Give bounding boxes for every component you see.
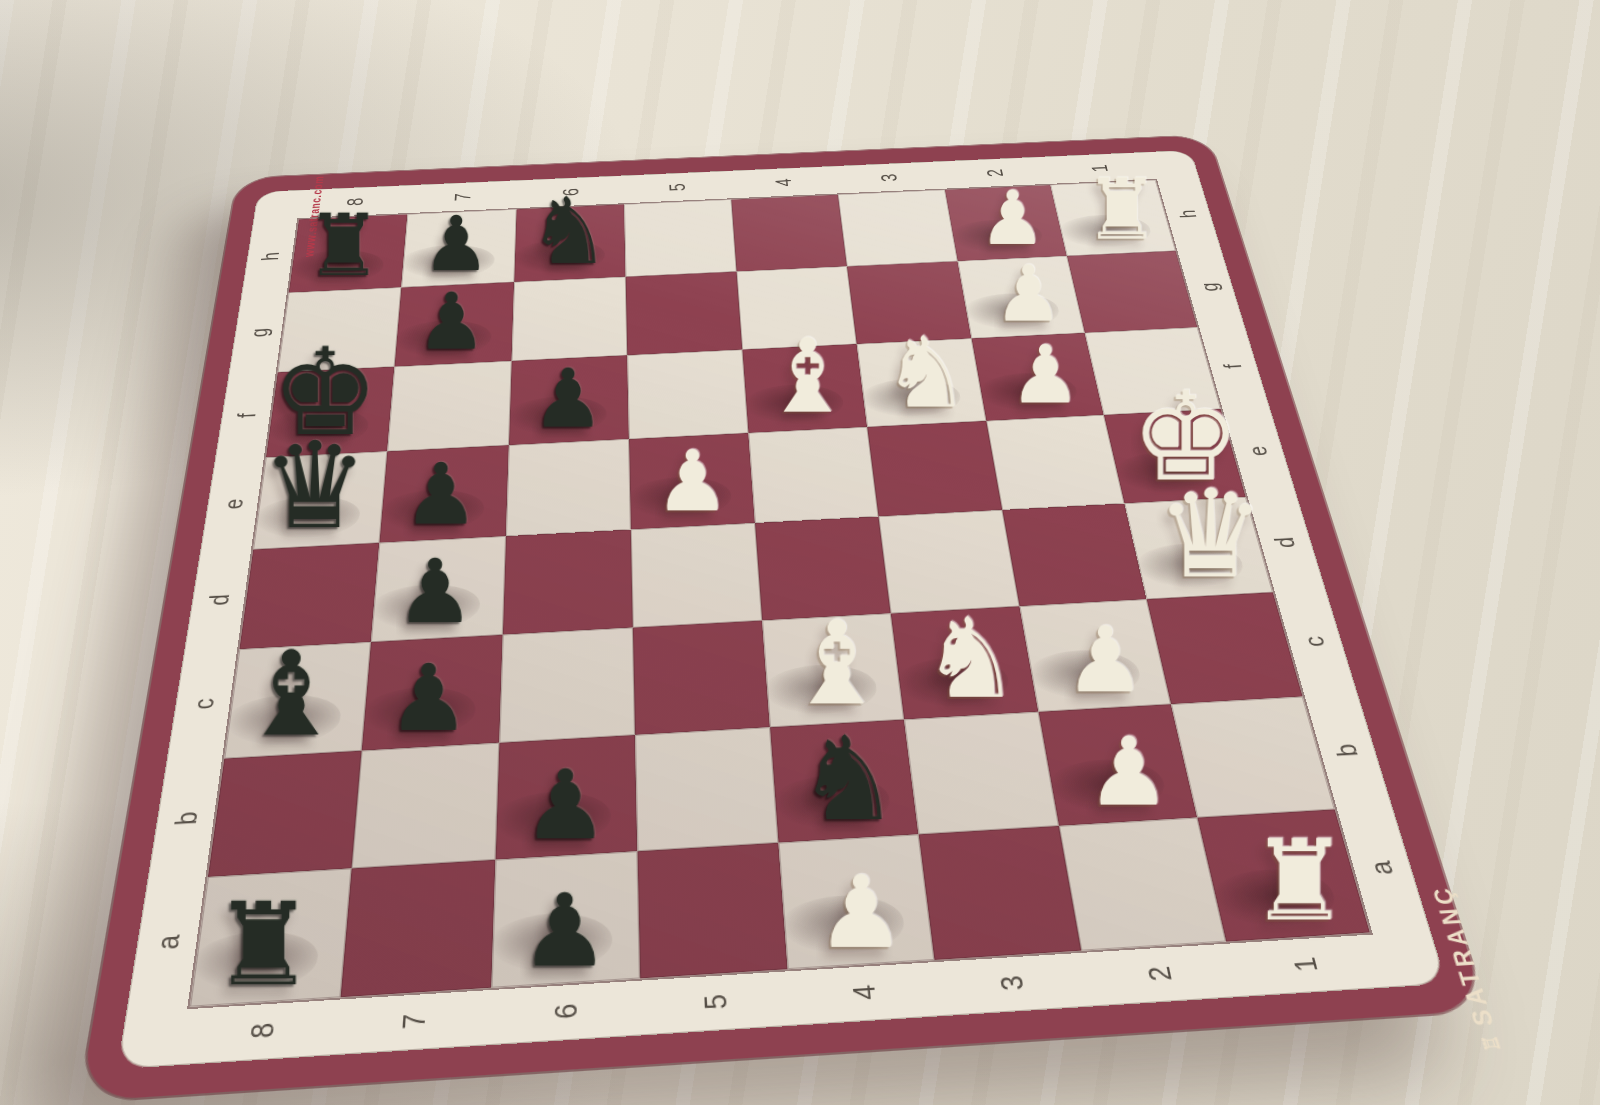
- square-e8[interactable]: ♛: [253, 451, 387, 549]
- square-a7[interactable]: [341, 859, 495, 997]
- black-pawn-d7[interactable]: ♟: [396, 550, 475, 634]
- square-c3[interactable]: ♞: [891, 606, 1038, 719]
- black-rook-a8[interactable]: ♜: [212, 889, 315, 998]
- square-f3[interactable]: ♞: [857, 338, 986, 427]
- square-g5[interactable]: [625, 271, 742, 354]
- square-h5[interactable]: [624, 199, 737, 276]
- chess-board: 87654321 87654321 hgfedcba hgfedcba ♜♟♞♟…: [79, 135, 1486, 1101]
- white-pawn-e5[interactable]: ♟: [654, 442, 730, 522]
- white-bishop-c4[interactable]: ♝: [785, 609, 888, 719]
- square-e2[interactable]: [986, 414, 1124, 509]
- white-queen-d1[interactable]: ♛: [1156, 476, 1265, 592]
- square-b4[interactable]: ♞: [770, 719, 919, 842]
- square-e4[interactable]: [748, 426, 878, 522]
- black-rook-h8[interactable]: ♜: [305, 204, 382, 286]
- black-knight-b4[interactable]: ♞: [796, 724, 900, 834]
- black-pawn-e7[interactable]: ♟: [403, 455, 479, 536]
- square-b2[interactable]: ♟: [1038, 703, 1197, 825]
- square-f6[interactable]: ♟: [508, 354, 628, 444]
- square-g1[interactable]: [1067, 251, 1198, 333]
- square-h3[interactable]: [838, 189, 957, 266]
- black-bishop-c8[interactable]: ♝: [239, 639, 344, 750]
- square-g2[interactable]: ♟: [957, 256, 1084, 338]
- square-b3[interactable]: [904, 711, 1058, 834]
- square-e7[interactable]: ♟: [380, 445, 509, 543]
- board-frame: 87654321 87654321 hgfedcba hgfedcba ♜♟♞♟…: [117, 150, 1447, 1069]
- square-f2[interactable]: ♟: [971, 332, 1104, 420]
- square-h6[interactable]: ♞: [514, 204, 626, 282]
- white-pawn-b2[interactable]: ♟: [1086, 727, 1171, 817]
- white-pawn-f2[interactable]: ♟: [1009, 337, 1081, 413]
- square-h4[interactable]: [731, 194, 847, 271]
- square-b7[interactable]: [352, 742, 499, 868]
- brand-rook-icon: ♖: [1476, 1033, 1507, 1052]
- square-a6[interactable]: ♟: [491, 850, 640, 987]
- white-knight-c3[interactable]: ♞: [922, 606, 1021, 711]
- white-pawn-g2[interactable]: ♟: [993, 257, 1062, 331]
- square-c4[interactable]: ♝: [762, 613, 904, 726]
- square-a1[interactable]: ♜: [1197, 809, 1370, 942]
- square-a3[interactable]: [919, 825, 1081, 959]
- black-queen-e8[interactable]: ♛: [261, 428, 368, 541]
- square-a8[interactable]: ♜: [190, 868, 352, 1007]
- square-e6[interactable]: [505, 438, 630, 535]
- square-c6[interactable]: [499, 627, 635, 742]
- square-d7[interactable]: ♟: [371, 536, 505, 642]
- square-b8[interactable]: [208, 750, 362, 877]
- square-a2[interactable]: [1058, 817, 1225, 950]
- square-a4[interactable]: ♟: [778, 834, 934, 969]
- black-knight-h6[interactable]: ♞: [528, 188, 610, 275]
- black-pawn-a6[interactable]: ♟: [519, 884, 609, 980]
- square-d1[interactable]: ♛: [1124, 497, 1273, 599]
- square-c8[interactable]: ♝: [224, 642, 371, 758]
- square-f7[interactable]: [387, 360, 511, 451]
- square-h1[interactable]: ♜: [1050, 180, 1175, 256]
- square-c2[interactable]: ♟: [1019, 599, 1171, 711]
- white-rook-h1[interactable]: ♜: [1084, 169, 1160, 249]
- black-pawn-c7[interactable]: ♟: [388, 654, 471, 742]
- square-d2[interactable]: [1002, 503, 1147, 606]
- white-knight-f3[interactable]: ♞: [883, 326, 971, 419]
- table-surface: 87654321 87654321 hgfedcba hgfedcba ♜♟♞♟…: [0, 0, 1600, 1105]
- black-pawn-g7[interactable]: ♟: [417, 284, 487, 359]
- square-b6[interactable]: ♟: [495, 734, 637, 859]
- white-pawn-h2[interactable]: ♟: [979, 183, 1046, 254]
- square-b5[interactable]: [635, 726, 779, 850]
- square-c7[interactable]: ♟: [362, 634, 502, 749]
- square-d5[interactable]: [631, 523, 763, 628]
- white-pawn-a4[interactable]: ♟: [816, 866, 906, 961]
- black-pawn-b6[interactable]: ♟: [522, 760, 608, 851]
- photo-scene: 87654321 87654321 hgfedcba hgfedcba ♜♟♞♟…: [0, 0, 1600, 1105]
- square-e5[interactable]: ♟: [629, 432, 755, 529]
- black-pawn-h7[interactable]: ♟: [423, 209, 491, 281]
- square-c5[interactable]: [633, 620, 770, 734]
- square-a5[interactable]: [637, 842, 788, 978]
- square-e3[interactable]: [867, 420, 1001, 516]
- square-f5[interactable]: [627, 349, 748, 439]
- white-rook-a1[interactable]: ♜: [1249, 827, 1349, 933]
- square-h8[interactable]: ♜: [289, 214, 408, 293]
- white-pawn-c2[interactable]: ♟: [1064, 617, 1145, 703]
- square-g7[interactable]: ♟: [395, 282, 514, 366]
- black-pawn-f6[interactable]: ♟: [531, 360, 604, 437]
- square-f4[interactable]: ♝: [742, 343, 867, 432]
- white-bishop-f4[interactable]: ♝: [762, 328, 853, 425]
- square-g6[interactable]: [511, 277, 627, 361]
- square-d6[interactable]: [502, 529, 632, 634]
